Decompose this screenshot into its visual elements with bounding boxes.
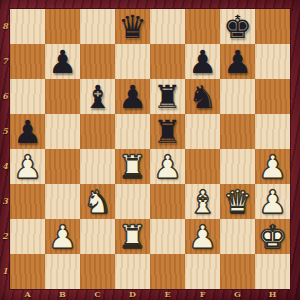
square-d8[interactable]: ♛ — [115, 9, 150, 44]
piece-white-rook[interactable]: ♜ — [118, 151, 147, 183]
square-e4[interactable]: ♟ — [150, 149, 185, 184]
square-f1[interactable] — [185, 254, 220, 289]
rank-label-2: 2 — [0, 219, 10, 254]
square-g3[interactable]: ♛ — [220, 184, 255, 219]
square-d5[interactable] — [115, 114, 150, 149]
piece-white-bishop[interactable]: ♝ — [188, 186, 217, 218]
square-c5[interactable] — [80, 114, 115, 149]
piece-white-pawn[interactable]: ♟ — [258, 186, 287, 218]
chess-board: ♛♚♟♟♟♝♟♜♞♟♜♟♜♟♟♞♝♛♟♟♜♟♚ — [10, 9, 290, 289]
chess-board-frame: ♛♚♟♟♟♝♟♜♞♟♜♟♜♟♟♞♝♛♟♟♜♟♚ 87654321 ABCDEFG… — [0, 0, 300, 300]
piece-black-pawn[interactable]: ♟ — [48, 46, 77, 78]
square-e5[interactable]: ♜ — [150, 114, 185, 149]
square-h1[interactable] — [255, 254, 290, 289]
piece-white-pawn[interactable]: ♟ — [13, 151, 42, 183]
file-label-h: H — [255, 289, 290, 300]
square-b5[interactable] — [45, 114, 80, 149]
square-h4[interactable]: ♟ — [255, 149, 290, 184]
square-g1[interactable] — [220, 254, 255, 289]
square-b8[interactable] — [45, 9, 80, 44]
square-a1[interactable] — [10, 254, 45, 289]
file-label-e: E — [150, 289, 185, 300]
square-c1[interactable] — [80, 254, 115, 289]
square-g4[interactable] — [220, 149, 255, 184]
piece-white-queen[interactable]: ♛ — [223, 186, 252, 218]
square-b7[interactable]: ♟ — [45, 44, 80, 79]
square-a3[interactable] — [10, 184, 45, 219]
file-label-c: C — [80, 289, 115, 300]
square-g8[interactable]: ♚ — [220, 9, 255, 44]
square-c3[interactable]: ♞ — [80, 184, 115, 219]
square-e7[interactable] — [150, 44, 185, 79]
piece-black-pawn[interactable]: ♟ — [188, 46, 217, 78]
square-c8[interactable] — [80, 9, 115, 44]
square-b3[interactable] — [45, 184, 80, 219]
piece-white-rook[interactable]: ♜ — [118, 221, 147, 253]
square-h6[interactable] — [255, 79, 290, 114]
piece-black-pawn[interactable]: ♟ — [13, 116, 42, 148]
square-h8[interactable] — [255, 9, 290, 44]
square-h2[interactable]: ♚ — [255, 219, 290, 254]
square-g2[interactable] — [220, 219, 255, 254]
file-label-b: B — [45, 289, 80, 300]
square-c6[interactable]: ♝ — [80, 79, 115, 114]
square-f6[interactable]: ♞ — [185, 79, 220, 114]
square-e8[interactable] — [150, 9, 185, 44]
square-f2[interactable]: ♟ — [185, 219, 220, 254]
rank-label-4: 4 — [0, 149, 10, 184]
file-label-d: D — [115, 289, 150, 300]
piece-black-pawn[interactable]: ♟ — [118, 81, 147, 113]
square-g6[interactable] — [220, 79, 255, 114]
square-b2[interactable]: ♟ — [45, 219, 80, 254]
rank-label-6: 6 — [0, 79, 10, 114]
square-d7[interactable] — [115, 44, 150, 79]
square-a8[interactable] — [10, 9, 45, 44]
piece-black-queen[interactable]: ♛ — [118, 11, 147, 43]
square-b1[interactable] — [45, 254, 80, 289]
piece-white-knight[interactable]: ♞ — [83, 186, 112, 218]
square-b4[interactable] — [45, 149, 80, 184]
piece-white-king[interactable]: ♚ — [258, 221, 287, 253]
piece-white-pawn[interactable]: ♟ — [188, 221, 217, 253]
square-a2[interactable] — [10, 219, 45, 254]
square-a4[interactable]: ♟ — [10, 149, 45, 184]
square-f8[interactable] — [185, 9, 220, 44]
square-h3[interactable]: ♟ — [255, 184, 290, 219]
square-d2[interactable]: ♜ — [115, 219, 150, 254]
rank-label-8: 8 — [0, 9, 10, 44]
square-e6[interactable]: ♜ — [150, 79, 185, 114]
square-h5[interactable] — [255, 114, 290, 149]
file-label-a: A — [10, 289, 45, 300]
rank-label-5: 5 — [0, 114, 10, 149]
piece-white-pawn[interactable]: ♟ — [258, 151, 287, 183]
piece-white-pawn[interactable]: ♟ — [48, 221, 77, 253]
square-b6[interactable] — [45, 79, 80, 114]
square-f3[interactable]: ♝ — [185, 184, 220, 219]
piece-white-pawn[interactable]: ♟ — [153, 151, 182, 183]
square-e2[interactable] — [150, 219, 185, 254]
rank-label-3: 3 — [0, 184, 10, 219]
piece-black-pawn[interactable]: ♟ — [223, 46, 252, 78]
square-e1[interactable] — [150, 254, 185, 289]
square-e3[interactable] — [150, 184, 185, 219]
rank-label-7: 7 — [0, 44, 10, 79]
square-d4[interactable]: ♜ — [115, 149, 150, 184]
square-f7[interactable]: ♟ — [185, 44, 220, 79]
square-c4[interactable] — [80, 149, 115, 184]
piece-black-rook[interactable]: ♜ — [153, 116, 182, 148]
piece-black-bishop[interactable]: ♝ — [83, 81, 112, 113]
square-f5[interactable] — [185, 114, 220, 149]
file-label-f: F — [185, 289, 220, 300]
square-f4[interactable] — [185, 149, 220, 184]
square-a6[interactable] — [10, 79, 45, 114]
piece-black-king[interactable]: ♚ — [223, 11, 252, 43]
square-g5[interactable] — [220, 114, 255, 149]
square-d1[interactable] — [115, 254, 150, 289]
piece-black-rook[interactable]: ♜ — [153, 81, 182, 113]
square-c2[interactable] — [80, 219, 115, 254]
square-h7[interactable] — [255, 44, 290, 79]
square-g7[interactable]: ♟ — [220, 44, 255, 79]
square-a5[interactable]: ♟ — [10, 114, 45, 149]
piece-black-knight[interactable]: ♞ — [188, 81, 217, 113]
rank-label-1: 1 — [0, 254, 10, 289]
square-d3[interactable] — [115, 184, 150, 219]
square-a7[interactable] — [10, 44, 45, 79]
square-d6[interactable]: ♟ — [115, 79, 150, 114]
file-label-g: G — [220, 289, 255, 300]
square-c7[interactable] — [80, 44, 115, 79]
